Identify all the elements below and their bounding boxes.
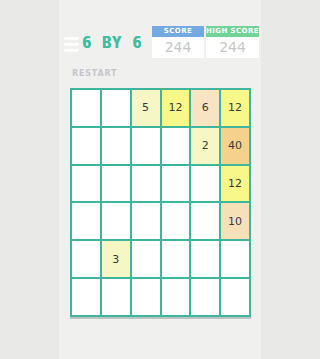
menu-bar: [64, 37, 79, 40]
board-cell-empty: [102, 279, 130, 315]
board-cell-empty: [72, 279, 100, 315]
board-tile-6: 6: [191, 90, 219, 126]
board-tile-2: 2: [191, 128, 219, 164]
board-tile-5: 5: [132, 90, 160, 126]
menu-bar: [64, 43, 79, 46]
board-cell-empty: [221, 279, 249, 315]
menu-bar: [64, 49, 79, 52]
app-title: 6 BY 6: [82, 33, 152, 53]
board-cell-empty: [72, 166, 100, 202]
board-cell-empty: [191, 279, 219, 315]
board-cell-empty: [132, 128, 160, 164]
board-tile-3: 3: [102, 241, 130, 277]
score-label: SCORE: [152, 26, 204, 37]
board-cell-empty: [221, 241, 249, 277]
board-cell-empty: [191, 203, 219, 239]
board-cell-empty: [191, 166, 219, 202]
game-board[interactable]: 51261224012103: [70, 88, 251, 317]
high-score-value: 244: [206, 37, 259, 58]
board-tile-10: 10: [221, 203, 249, 239]
board-cell-empty: [102, 128, 130, 164]
board-cell-empty: [102, 166, 130, 202]
board-cell-empty: [162, 128, 190, 164]
game-app: 6 BY 6 SCORE 244 HIGH SCORE 244 RESTART …: [59, 0, 261, 359]
board-tile-12: 12: [221, 166, 249, 202]
score-box: SCORE 244: [152, 26, 204, 58]
board-tile-12: 12: [162, 90, 190, 126]
hamburger-menu-icon[interactable]: [64, 37, 79, 52]
board-cell-empty: [102, 203, 130, 239]
board-cell-empty: [132, 203, 160, 239]
board-cell-empty: [132, 279, 160, 315]
board-cell-empty: [162, 279, 190, 315]
board-tile-12: 12: [221, 90, 249, 126]
board-cell-empty: [72, 203, 100, 239]
board-cell-empty: [162, 166, 190, 202]
high-score-box: HIGH SCORE 244: [206, 26, 259, 58]
score-value: 244: [152, 37, 204, 58]
board-cell-empty: [191, 241, 219, 277]
board-cell-empty: [72, 90, 100, 126]
board-cell-empty: [132, 241, 160, 277]
high-score-label: HIGH SCORE: [206, 26, 259, 37]
restart-button[interactable]: RESTART: [72, 69, 117, 79]
board-cell-empty: [72, 128, 100, 164]
board-cell-empty: [162, 241, 190, 277]
board-tile-40: 40: [221, 128, 249, 164]
board-cell-empty: [132, 166, 160, 202]
board-cell-empty: [102, 90, 130, 126]
board-cell-empty: [72, 241, 100, 277]
board-cell-empty: [162, 203, 190, 239]
